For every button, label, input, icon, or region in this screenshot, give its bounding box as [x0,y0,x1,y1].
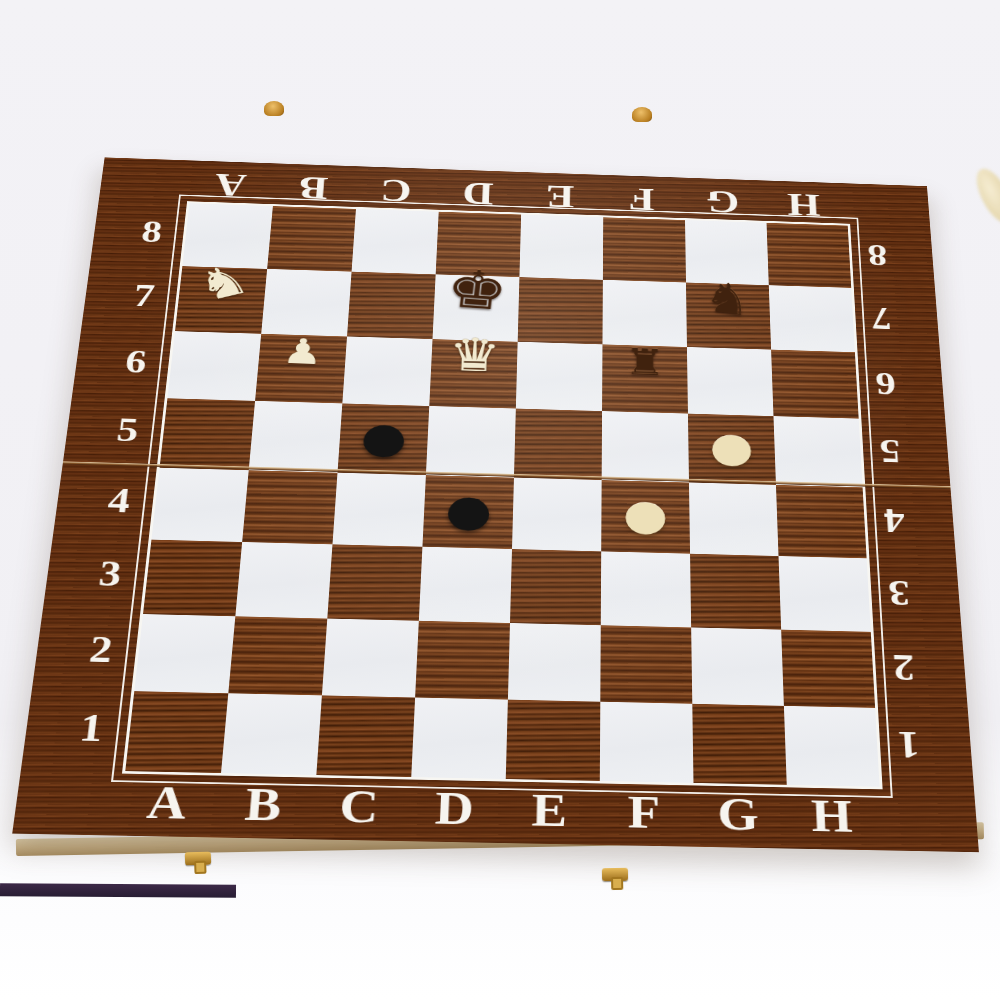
square-c1[interactable] [316,695,415,777]
rank-label-right-3: 3 [874,556,925,631]
playing-area: ♞♚♞♟♛♜●●●● [122,201,883,789]
file-label-top-E: E [519,174,601,214]
square-a5[interactable] [160,398,255,470]
square-h2[interactable] [781,630,875,708]
rank-label-left-3: 3 [82,536,139,612]
square-a2[interactable] [134,614,235,693]
file-label-top-G: G [682,180,764,219]
square-c3[interactable] [327,544,422,620]
piece-dark-rook-f6[interactable]: ♜ [624,343,665,380]
rank-label-right-4: 4 [870,485,920,557]
file-label-top-C: C [354,169,439,209]
square-b1[interactable] [221,693,322,775]
square-c2[interactable] [322,619,419,698]
square-g5[interactable]: ● [688,414,776,485]
square-d6[interactable]: ♛ [429,339,517,408]
background-object-edge [0,883,236,898]
square-f3[interactable] [601,551,691,627]
square-a7[interactable]: ♞ [175,266,267,334]
square-a3[interactable] [143,540,242,617]
piece-dark-king-d7[interactable]: ♚ [444,262,511,318]
rank-label-left-6: 6 [109,327,163,396]
file-label-top-D: D [436,172,519,212]
square-h1[interactable] [784,706,880,787]
file-label-bottom-F: F [597,788,692,836]
rank-label-right-8: 8 [854,224,900,288]
square-e5[interactable] [514,409,602,481]
square-e7[interactable] [518,277,603,344]
square-b6[interactable]: ♟ [255,334,347,404]
square-e1[interactable] [506,700,601,781]
square-a1[interactable] [125,691,228,773]
square-h7[interactable] [769,285,855,352]
square-b2[interactable] [228,616,327,695]
board-wooden-frame: ABCDEFGH ABCDEFGH 87654321 87654321 ♞♚♞♟… [12,157,979,852]
square-d3[interactable] [419,547,512,623]
checker-black-c5[interactable]: ● [359,416,408,459]
square-f4[interactable]: ● [601,480,690,554]
checker-black-d4[interactable]: ● [444,488,492,532]
file-label-top-H: H [763,183,845,222]
file-label-bottom-G: G [691,790,786,838]
rank-label-left-1: 1 [62,687,121,768]
square-f7[interactable] [602,280,686,347]
square-b8[interactable] [267,206,356,272]
square-g6[interactable] [687,347,774,416]
piece-dark-knight-g7[interactable]: ♞ [701,275,755,322]
square-d2[interactable] [415,621,510,700]
square-h8[interactable] [767,223,852,288]
square-f1[interactable] [600,702,694,783]
piece-white-queen-d6[interactable]: ♛ [447,332,501,379]
square-g7[interactable]: ♞ [686,283,771,350]
square-g2[interactable] [691,627,784,705]
square-b4[interactable] [242,470,337,544]
square-e2[interactable] [508,623,601,702]
square-b5[interactable] [249,401,343,473]
square-d4[interactable]: ● [422,475,514,549]
square-f2[interactable] [600,625,692,704]
square-f6[interactable]: ♜ [602,344,688,413]
checker-cream-f4[interactable]: ● [623,494,668,537]
checker-cream-g5[interactable]: ● [709,427,754,468]
rank-label-left-7: 7 [118,262,171,328]
rank-label-right-2: 2 [878,630,930,707]
square-b3[interactable] [235,542,332,619]
square-b7[interactable] [261,269,351,337]
chess-board: ABCDEFGH ABCDEFGH 87654321 87654321 ♞♚♞♟… [16,0,1000,851]
file-label-top-B: B [271,166,357,206]
photo-scene: ABCDEFGH ABCDEFGH 87654321 87654321 ♞♚♞♟… [0,0,1000,1000]
square-f5[interactable] [602,411,689,482]
file-label-top-F: F [601,177,683,217]
file-label-bottom-A: A [116,779,217,827]
square-e3[interactable] [510,549,601,625]
rank-label-left-4: 4 [91,464,147,537]
brass-clasp-left [185,852,211,866]
square-c8[interactable] [352,209,439,274]
square-e8[interactable] [519,215,603,280]
square-f8[interactable] [603,217,686,282]
square-c6[interactable] [342,336,432,406]
square-g3[interactable] [690,554,781,630]
square-g1[interactable] [692,704,786,785]
square-a4[interactable] [151,468,248,542]
rank-label-right-5: 5 [866,417,915,487]
brass-clasp-right [602,868,628,881]
file-label-bottom-B: B [213,781,313,829]
square-e4[interactable] [512,478,602,552]
square-c4[interactable] [332,473,425,547]
square-c5[interactable]: ● [337,403,429,475]
rank-label-left-8: 8 [126,199,178,263]
square-e6[interactable] [516,342,603,411]
file-label-bottom-D: D [406,785,503,833]
square-c7[interactable] [347,272,436,339]
square-h5[interactable] [773,416,862,487]
square-h3[interactable] [779,556,871,632]
file-label-bottom-E: E [501,787,597,835]
square-d5[interactable] [426,406,516,478]
file-label-top-A: A [187,163,274,203]
file-label-bottom-C: C [310,783,408,831]
square-h6[interactable] [771,350,859,419]
rank-label-left-5: 5 [100,394,155,465]
square-a6[interactable] [167,331,261,401]
square-d1[interactable] [411,698,508,779]
rank-label-right-7: 7 [858,286,905,352]
rank-label-right-6: 6 [862,350,910,418]
rank-label-left-2: 2 [72,610,130,688]
square-g4[interactable] [689,482,779,556]
file-label-bottom-H: H [784,792,880,840]
rank-label-right-1: 1 [883,706,936,786]
square-h4[interactable] [776,485,867,558]
piece-white-pawn-b6[interactable]: ♟ [281,334,324,370]
